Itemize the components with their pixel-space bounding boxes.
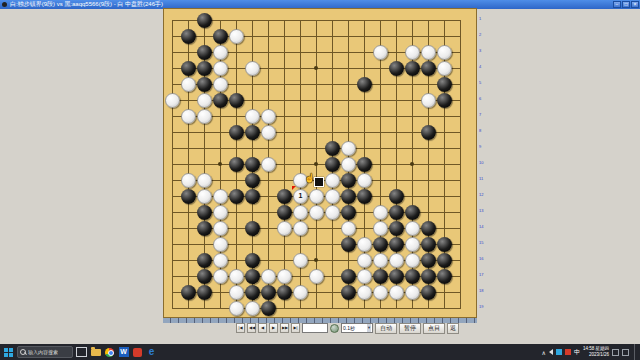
auto-play-button[interactable]: 自动 [375, 323, 397, 334]
row-coordinate-label: 4 [479, 64, 489, 69]
row-coordinate-label: 15 [479, 240, 489, 245]
white-stone [373, 285, 388, 300]
white-stone [373, 45, 388, 60]
screen: 白:独步镇界(9段) vs 黑:aaqq5566(9段) - 白 中盘胜(246… [0, 0, 640, 360]
row-coordinate-label: 2 [479, 32, 489, 37]
white-stone [373, 205, 388, 220]
white-stone [357, 173, 372, 188]
ime-indicator[interactable]: 中 [574, 348, 580, 357]
black-stone [229, 125, 244, 140]
last-move-number: 1 [294, 192, 307, 199]
nav-first-button[interactable]: |◀ [236, 323, 245, 333]
black-stone [245, 125, 260, 140]
white-stone [373, 221, 388, 236]
white-stone [197, 189, 212, 204]
black-stone [213, 93, 228, 108]
star-point [218, 162, 222, 166]
black-stone [341, 285, 356, 300]
black-stone [261, 301, 276, 316]
black-stone [277, 189, 292, 204]
white-stone [405, 285, 420, 300]
black-stone [341, 189, 356, 204]
white-stone [389, 253, 404, 268]
white-stone [261, 109, 276, 124]
black-stone [405, 269, 420, 284]
black-stone [277, 285, 292, 300]
volume-icon[interactable] [549, 349, 553, 355]
white-stone [293, 285, 308, 300]
black-stone [437, 93, 452, 108]
white-stone [245, 301, 260, 316]
white-stone [325, 173, 340, 188]
white-stone [213, 237, 228, 252]
autoplay-speed-select[interactable]: 0.1秒 ▼ [341, 323, 373, 333]
white-stone [341, 157, 356, 172]
word-icon[interactable]: W [118, 347, 129, 358]
white-stone [229, 301, 244, 316]
black-square-cursor-icon [314, 177, 324, 187]
black-stone [437, 77, 452, 92]
taskbar: 输入内容搜索 W e ∧ 中 14:58 星期四 2023/1/26 [0, 344, 640, 360]
white-stone [277, 269, 292, 284]
row-coordinate-label: 6 [479, 96, 489, 101]
row-coordinate-label: 17 [479, 272, 489, 277]
edge-icon[interactable]: e [146, 347, 157, 358]
row-coordinate-label: 1 [479, 16, 489, 21]
black-stone [197, 61, 212, 76]
row-coordinate-label: 10 [479, 160, 489, 165]
black-stone [389, 189, 404, 204]
white-stone [245, 109, 260, 124]
black-stone [357, 157, 372, 172]
white-stone [437, 61, 452, 76]
black-stone [245, 157, 260, 172]
row-coordinate-label: 12 [479, 192, 489, 197]
file-explorer-icon[interactable] [90, 347, 101, 358]
white-stone [341, 221, 356, 236]
white-stone [437, 45, 452, 60]
white-stone [357, 253, 372, 268]
row-coordinate-label: 9 [479, 144, 489, 149]
black-stone [389, 205, 404, 220]
black-stone [277, 205, 292, 220]
white-stone [213, 205, 228, 220]
white-stone [405, 253, 420, 268]
black-stone [437, 253, 452, 268]
white-stone [213, 45, 228, 60]
white-stone [309, 269, 324, 284]
go-button-icon[interactable] [330, 324, 339, 333]
task-view-icon[interactable] [76, 347, 87, 358]
tray-expand-icon[interactable]: ∧ [542, 349, 546, 356]
white-stone [405, 237, 420, 252]
white-stone [405, 45, 420, 60]
start-button[interactable] [4, 348, 13, 357]
speed-value: 0.1秒 [343, 324, 355, 332]
white-stone [373, 253, 388, 268]
white-stone [197, 173, 212, 188]
black-stone [373, 269, 388, 284]
black-stone [245, 173, 260, 188]
black-stone [197, 285, 212, 300]
black-stone [245, 269, 260, 284]
black-stone [389, 269, 404, 284]
black-stone [197, 253, 212, 268]
taskbar-clock[interactable]: 14:58 星期四 2023/1/26 [583, 346, 609, 358]
black-stone [229, 157, 244, 172]
black-stone [437, 237, 452, 252]
white-stone [261, 157, 276, 172]
white-stone [293, 221, 308, 236]
black-stone [357, 189, 372, 204]
black-stone [389, 61, 404, 76]
star-point [314, 258, 318, 262]
move-number-input[interactable] [302, 323, 328, 333]
black-stone [181, 285, 196, 300]
black-stone [405, 61, 420, 76]
white-stone [229, 285, 244, 300]
black-stone [197, 77, 212, 92]
black-stone [181, 61, 196, 76]
black-stone [341, 205, 356, 220]
nav-forward-button[interactable]: ▶ [269, 323, 278, 333]
last-move-flag-icon [292, 186, 296, 190]
star-point [410, 162, 414, 166]
white-stone [293, 253, 308, 268]
black-stone [421, 253, 436, 268]
search-placeholder: 输入内容搜索 [28, 349, 58, 355]
black-stone [197, 221, 212, 236]
touch-keyboard-icon[interactable] [622, 349, 629, 356]
hand-cursor-icon: ☝ [304, 173, 315, 183]
white-stone [309, 205, 324, 220]
white-stone [229, 29, 244, 44]
tray-blue-icon[interactable] [556, 349, 562, 355]
black-stone [421, 285, 436, 300]
white-stone [181, 173, 196, 188]
black-stone [245, 189, 260, 204]
white-stone [325, 189, 340, 204]
star-point [314, 66, 318, 70]
black-stone [421, 237, 436, 252]
search-icon [20, 349, 26, 355]
chevron-down-icon: ▼ [367, 324, 371, 332]
last-move-stone: 1 [293, 189, 308, 204]
black-stone [341, 269, 356, 284]
black-stone [245, 285, 260, 300]
black-stone [341, 237, 356, 252]
white-stone [165, 93, 180, 108]
black-stone [229, 189, 244, 204]
black-stone [325, 157, 340, 172]
white-stone [245, 61, 260, 76]
white-stone [277, 221, 292, 236]
black-stone [229, 93, 244, 108]
black-stone [389, 237, 404, 252]
white-stone [341, 141, 356, 156]
black-stone [181, 189, 196, 204]
back-button[interactable]: 返 [447, 323, 459, 334]
nav-back-button[interactable]: ◀ [258, 323, 267, 333]
black-stone [325, 141, 340, 156]
count-button[interactable]: 点目 [423, 323, 445, 334]
replay-toolbar: |◀ ◀◀ ◀ ▶ ▶▶ ▶| 0.1秒 ▼ 自动 暂停 点目 返 [236, 322, 459, 334]
black-stone [197, 205, 212, 220]
row-coordinate-label: 3 [479, 48, 489, 53]
black-stone [213, 29, 228, 44]
row-coordinate-label: 13 [479, 208, 489, 213]
black-stone [261, 285, 276, 300]
white-stone [261, 125, 276, 140]
black-stone [421, 125, 436, 140]
black-stone [197, 45, 212, 60]
white-stone [325, 205, 340, 220]
white-stone [357, 269, 372, 284]
white-stone [213, 221, 228, 236]
black-stone [421, 221, 436, 236]
nav-fast-forward-button[interactable]: ▶▶ [280, 323, 289, 333]
white-stone [421, 93, 436, 108]
row-coordinate-label: 18 [479, 288, 489, 293]
black-stone [357, 77, 372, 92]
go-board[interactable]: 1☝ [163, 8, 477, 318]
white-stone [309, 189, 324, 204]
white-stone [213, 77, 228, 92]
show-desktop-button[interactable] [634, 344, 638, 360]
row-coordinate-label: 19 [479, 304, 489, 309]
white-stone [229, 269, 244, 284]
tray-red-icon[interactable] [565, 349, 571, 355]
black-stone [197, 269, 212, 284]
black-stone [245, 253, 260, 268]
black-stone [421, 269, 436, 284]
white-stone [421, 45, 436, 60]
black-stone [421, 61, 436, 76]
row-coordinate-label: 11 [479, 176, 489, 181]
white-stone [213, 253, 228, 268]
notification-center-icon[interactable] [612, 349, 619, 356]
white-stone [357, 285, 372, 300]
red-app-icon[interactable] [132, 347, 143, 358]
row-coordinate-label: 8 [479, 128, 489, 133]
white-stone [261, 269, 276, 284]
white-stone [181, 77, 196, 92]
app-icon [2, 2, 7, 7]
window-title: 白:独步镇界(9段) vs 黑:aaqq5566(9段) - 白 中盘胜(246… [10, 0, 163, 9]
black-stone [341, 173, 356, 188]
clock-date: 2023/1/26 [583, 352, 609, 358]
black-stone [181, 29, 196, 44]
black-stone [197, 13, 212, 28]
minimize-button[interactable]: − [613, 1, 621, 8]
white-stone [357, 237, 372, 252]
black-stone [389, 221, 404, 236]
browser-icon[interactable] [104, 347, 115, 358]
maximize-button[interactable]: □ [622, 1, 630, 8]
black-stone [373, 237, 388, 252]
row-coordinate-label: 5 [479, 80, 489, 85]
white-stone [181, 109, 196, 124]
white-stone [389, 285, 404, 300]
nav-fast-back-button[interactable]: ◀◀ [247, 323, 256, 333]
row-coordinate-label: 14 [479, 224, 489, 229]
white-stone [213, 189, 228, 204]
white-stone [197, 93, 212, 108]
row-coordinate-label: 7 [479, 112, 489, 117]
nav-last-button[interactable]: ▶| [291, 323, 300, 333]
white-stone [197, 109, 212, 124]
star-point [314, 162, 318, 166]
white-stone [405, 221, 420, 236]
black-stone [245, 221, 260, 236]
white-stone [213, 61, 228, 76]
black-stone [405, 205, 420, 220]
row-coordinate-label: 16 [479, 256, 489, 261]
close-button[interactable]: × [631, 1, 639, 8]
white-stone [213, 269, 228, 284]
taskbar-search-input[interactable]: 输入内容搜索 [17, 346, 73, 358]
white-stone [293, 205, 308, 220]
black-stone [437, 269, 452, 284]
pause-button[interactable]: 暂停 [399, 323, 421, 334]
